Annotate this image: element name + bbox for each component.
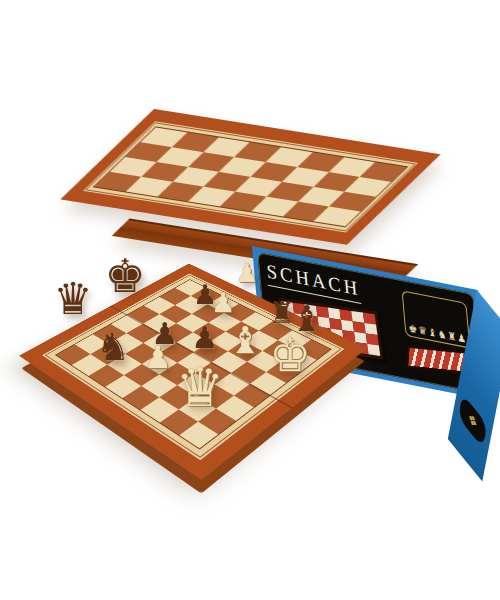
piece-dark-queen-a7: ♛ [53,277,92,321]
piece-white-pawn-c4: ♟ [144,342,172,373]
piece-dark-pawn-e5: ♟ [192,323,219,353]
piece-dark-knight-b5: ♞ [96,328,130,366]
piece-dark-king-b8: ♚ [104,253,145,299]
piece-dark-pawn-e7: ♟ [193,281,217,308]
piece-white-pawn-f8: ♟ [235,260,258,286]
piece-white-bishop-f5: ♝ [228,322,261,359]
pieces-layer: ♚♛♟♜♝♞♟♟♟♟♝♚♟♛ [0,0,500,600]
piece-dark-pawn-c5: ♟ [152,319,179,349]
product-photo-stage: SCHACH ♞♛♟ ♚♛♝♞♜♟ ❖ [0,0,500,600]
piece-white-queen-d3: ♛ [176,361,224,415]
piece-dark-rook-g6: ♜ [269,298,296,328]
piece-white-king-g5: ♚ [269,332,310,378]
piece-white-pawn-f7: ♟ [211,289,235,316]
piece-dark-bishop-h5: ♝ [291,301,323,337]
